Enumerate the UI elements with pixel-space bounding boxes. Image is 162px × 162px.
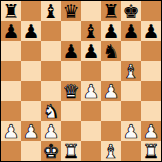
black-pawn: ♟ xyxy=(142,21,159,41)
square-h3[interactable] xyxy=(141,101,161,121)
square-a8[interactable]: ♜ xyxy=(1,1,21,21)
square-c4[interactable] xyxy=(41,81,61,101)
square-f5[interactable] xyxy=(101,61,121,81)
white-pawn: ♟ xyxy=(22,121,39,141)
square-g5[interactable]: ♝ xyxy=(121,61,141,81)
white-rook: ♜ xyxy=(142,141,159,161)
square-g3[interactable] xyxy=(121,101,141,121)
white-bishop: ♝ xyxy=(122,61,139,81)
black-queen: ♛ xyxy=(62,1,79,21)
square-a7[interactable]: ♟ xyxy=(1,21,21,41)
square-c8[interactable]: ♝ xyxy=(41,1,61,21)
square-e4[interactable]: ♟ xyxy=(81,81,101,101)
black-rook: ♜ xyxy=(102,1,119,21)
square-b7[interactable]: ♟ xyxy=(21,21,41,41)
white-pawn: ♟ xyxy=(82,81,99,101)
black-knight: ♞ xyxy=(102,41,119,61)
black-pawn: ♟ xyxy=(122,21,139,41)
square-d2[interactable] xyxy=(61,121,81,141)
square-c7[interactable] xyxy=(41,21,61,41)
black-king: ♚ xyxy=(122,1,139,21)
square-a4[interactable] xyxy=(1,81,21,101)
white-pawn: ♟ xyxy=(102,81,119,101)
square-e6[interactable]: ♟ xyxy=(81,41,101,61)
square-e3[interactable] xyxy=(81,101,101,121)
square-a6[interactable] xyxy=(1,41,21,61)
white-pawn: ♟ xyxy=(122,121,139,141)
square-e2[interactable] xyxy=(81,121,101,141)
square-f3[interactable] xyxy=(101,101,121,121)
square-g7[interactable]: ♟ xyxy=(121,21,141,41)
square-b8[interactable] xyxy=(21,1,41,21)
square-f6[interactable]: ♞ xyxy=(101,41,121,61)
square-g6[interactable] xyxy=(121,41,141,61)
square-d6[interactable]: ♟ xyxy=(61,41,81,61)
square-h8[interactable] xyxy=(141,1,161,21)
square-f7[interactable]: ♟ xyxy=(101,21,121,41)
square-e7[interactable]: ♝ xyxy=(81,21,101,41)
square-f4[interactable]: ♟ xyxy=(101,81,121,101)
square-b1[interactable] xyxy=(21,141,41,161)
square-d5[interactable] xyxy=(61,61,81,81)
square-d8[interactable]: ♛ xyxy=(61,1,81,21)
square-a5[interactable] xyxy=(1,61,21,81)
square-g4[interactable] xyxy=(121,81,141,101)
square-h5[interactable] xyxy=(141,61,161,81)
white-pawn: ♟ xyxy=(142,121,159,141)
square-g1[interactable] xyxy=(121,141,141,161)
square-b6[interactable] xyxy=(21,41,41,61)
white-queen: ♛ xyxy=(62,81,79,101)
white-king: ♚ xyxy=(42,141,59,161)
black-pawn: ♟ xyxy=(82,41,99,61)
white-rook: ♜ xyxy=(62,141,79,161)
chess-board: ♜♝♛♜♚♟♟♝♟♟♟♟♟♞♝♛♟♟♞♟♟♟♟♟♚♜♝♜ xyxy=(0,0,162,162)
square-e8[interactable] xyxy=(81,1,101,21)
square-d4[interactable]: ♛ xyxy=(61,81,81,101)
square-e1[interactable] xyxy=(81,141,101,161)
black-pawn: ♟ xyxy=(22,21,39,41)
white-knight: ♞ xyxy=(42,101,59,121)
square-d3[interactable] xyxy=(61,101,81,121)
black-pawn: ♟ xyxy=(2,21,19,41)
square-h7[interactable]: ♟ xyxy=(141,21,161,41)
square-b3[interactable] xyxy=(21,101,41,121)
black-bishop: ♝ xyxy=(42,1,59,21)
square-h6[interactable] xyxy=(141,41,161,61)
square-f1[interactable]: ♝ xyxy=(101,141,121,161)
square-d7[interactable] xyxy=(61,21,81,41)
square-e5[interactable] xyxy=(81,61,101,81)
square-b4[interactable] xyxy=(21,81,41,101)
square-h4[interactable] xyxy=(141,81,161,101)
square-b2[interactable]: ♟ xyxy=(21,121,41,141)
square-f2[interactable] xyxy=(101,121,121,141)
square-a2[interactable]: ♟ xyxy=(1,121,21,141)
square-b5[interactable] xyxy=(21,61,41,81)
square-d1[interactable]: ♜ xyxy=(61,141,81,161)
square-c1[interactable]: ♚ xyxy=(41,141,61,161)
white-bishop: ♝ xyxy=(102,141,119,161)
square-c3[interactable]: ♞ xyxy=(41,101,61,121)
white-pawn: ♟ xyxy=(42,121,59,141)
black-pawn: ♟ xyxy=(62,41,79,61)
black-bishop: ♝ xyxy=(82,21,99,41)
square-g8[interactable]: ♚ xyxy=(121,1,141,21)
white-pawn: ♟ xyxy=(2,121,19,141)
square-a1[interactable] xyxy=(1,141,21,161)
square-h1[interactable]: ♜ xyxy=(141,141,161,161)
square-h2[interactable]: ♟ xyxy=(141,121,161,141)
square-a3[interactable] xyxy=(1,101,21,121)
square-c2[interactable]: ♟ xyxy=(41,121,61,141)
square-c6[interactable] xyxy=(41,41,61,61)
square-f8[interactable]: ♜ xyxy=(101,1,121,21)
square-c5[interactable] xyxy=(41,61,61,81)
black-pawn: ♟ xyxy=(102,21,119,41)
black-rook: ♜ xyxy=(2,1,19,21)
square-g2[interactable]: ♟ xyxy=(121,121,141,141)
